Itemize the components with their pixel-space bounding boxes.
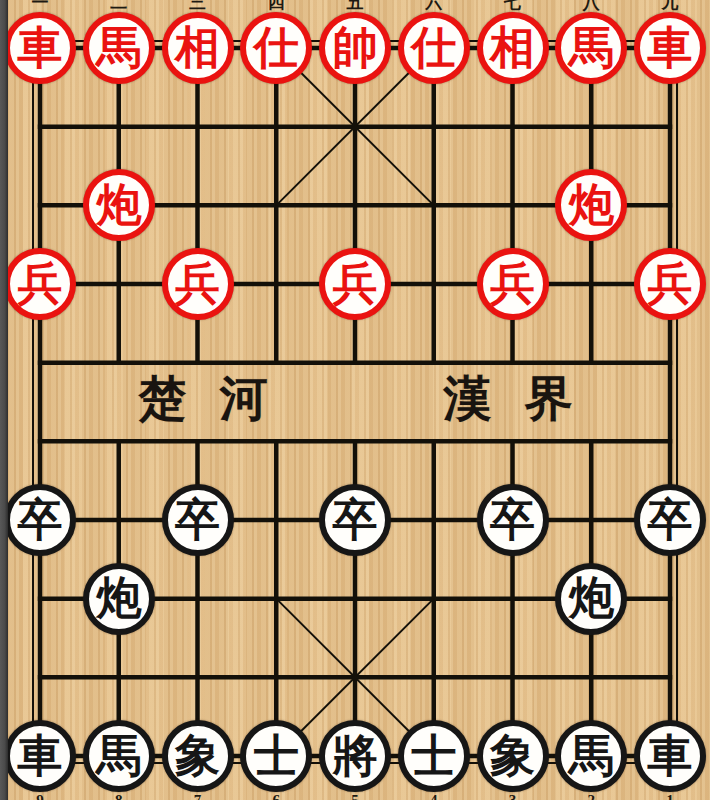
piece-red-soldier[interactable]: 兵 xyxy=(477,248,549,320)
piece-black-cannon[interactable]: 炮 xyxy=(555,563,627,635)
piece-black-soldier[interactable]: 卒 xyxy=(634,484,706,556)
piece-red-cannon[interactable]: 炮 xyxy=(83,169,155,241)
file-label-bottom: 2 xyxy=(588,792,596,800)
piece-black-chariot[interactable]: 車 xyxy=(4,720,76,792)
piece-red-general[interactable]: 帥 xyxy=(319,12,391,84)
piece-black-general[interactable]: 將 xyxy=(319,720,391,792)
river-char: 漢 xyxy=(444,367,492,431)
river-char: 河 xyxy=(220,367,268,431)
file-label-bottom: 6 xyxy=(273,792,281,800)
piece-red-soldier[interactable]: 兵 xyxy=(162,248,234,320)
file-label-bottom: 7 xyxy=(194,792,202,800)
piece-black-chariot[interactable]: 車 xyxy=(634,720,706,792)
file-label-bottom: 3 xyxy=(509,792,517,800)
file-label-bottom: 8 xyxy=(115,792,123,800)
piece-red-elephant[interactable]: 相 xyxy=(162,12,234,84)
piece-red-horse[interactable]: 馬 xyxy=(83,12,155,84)
piece-black-advisor[interactable]: 士 xyxy=(398,720,470,792)
piece-red-horse[interactable]: 馬 xyxy=(555,12,627,84)
river-char: 界 xyxy=(525,367,573,431)
piece-red-advisor[interactable]: 仕 xyxy=(240,12,312,84)
piece-red-elephant[interactable]: 相 xyxy=(477,12,549,84)
piece-black-horse[interactable]: 馬 xyxy=(83,720,155,792)
piece-red-chariot[interactable]: 車 xyxy=(4,12,76,84)
board-grid-lines xyxy=(0,0,710,800)
river-char: 楚 xyxy=(139,367,187,431)
piece-red-advisor[interactable]: 仕 xyxy=(398,12,470,84)
file-label-bottom: 4 xyxy=(430,792,438,800)
piece-black-soldier[interactable]: 卒 xyxy=(4,484,76,556)
piece-black-soldier[interactable]: 卒 xyxy=(162,484,234,556)
board-left-edge-strip xyxy=(0,0,8,800)
river-text-chu-he: 楚 河 xyxy=(139,367,268,431)
xiangqi-board[interactable]: 楚 河 漢 界 一二三四五六七八九987654321 車馬相仕帥仕相馬車炮炮兵兵… xyxy=(0,0,710,800)
piece-black-soldier[interactable]: 卒 xyxy=(477,484,549,556)
piece-red-chariot[interactable]: 車 xyxy=(634,12,706,84)
piece-black-cannon[interactable]: 炮 xyxy=(83,563,155,635)
river-text-han-jie: 漢 界 xyxy=(444,367,573,431)
piece-red-soldier[interactable]: 兵 xyxy=(634,248,706,320)
piece-red-soldier[interactable]: 兵 xyxy=(4,248,76,320)
piece-black-elephant[interactable]: 象 xyxy=(162,720,234,792)
piece-red-soldier[interactable]: 兵 xyxy=(319,248,391,320)
file-label-bottom: 9 xyxy=(36,792,44,800)
file-label-bottom: 5 xyxy=(351,792,359,800)
piece-black-elephant[interactable]: 象 xyxy=(477,720,549,792)
xiangqi-app: { "game": "xiangqi", "position": { "fen"… xyxy=(0,0,710,800)
piece-black-advisor[interactable]: 士 xyxy=(240,720,312,792)
piece-black-horse[interactable]: 馬 xyxy=(555,720,627,792)
piece-black-soldier[interactable]: 卒 xyxy=(319,484,391,556)
file-label-bottom: 1 xyxy=(666,792,674,800)
